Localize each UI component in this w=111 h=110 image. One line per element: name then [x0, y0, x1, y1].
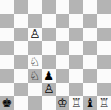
square-d4[interactable] [42, 55, 56, 69]
square-a5[interactable] [0, 41, 14, 55]
square-c8[interactable] [28, 0, 42, 14]
square-d8[interactable] [42, 0, 56, 14]
square-g8[interactable] [83, 0, 97, 14]
square-d2[interactable]: ♙ [42, 83, 56, 97]
square-b6[interactable] [14, 28, 28, 42]
square-b1[interactable] [14, 96, 28, 110]
square-b4[interactable] [14, 55, 28, 69]
piece-white-knight: ♘ [29, 70, 40, 82]
square-e4[interactable] [56, 55, 70, 69]
square-g2[interactable] [83, 83, 97, 97]
square-c1[interactable] [28, 96, 42, 110]
piece-white-knight: ♘ [29, 56, 40, 68]
square-d3[interactable]: ♟ [42, 69, 56, 83]
square-b7[interactable] [14, 14, 28, 28]
chess-board: ♙♘♘♟♙♚♔♖♝♖ [0, 0, 111, 110]
piece-white-rook: ♖ [99, 97, 110, 109]
square-d7[interactable] [42, 14, 56, 28]
square-a1[interactable]: ♚ [0, 96, 14, 110]
square-e2[interactable] [56, 83, 70, 97]
square-f5[interactable] [69, 41, 83, 55]
square-f6[interactable] [69, 28, 83, 42]
square-g6[interactable] [83, 28, 97, 42]
square-e1[interactable]: ♔ [56, 96, 70, 110]
square-f4[interactable] [69, 55, 83, 69]
square-f3[interactable] [69, 69, 83, 83]
square-a2[interactable] [0, 83, 14, 97]
square-f2[interactable] [69, 83, 83, 97]
square-b3[interactable] [14, 69, 28, 83]
square-c7[interactable] [28, 14, 42, 28]
square-a6[interactable] [0, 28, 14, 42]
square-g5[interactable] [83, 41, 97, 55]
square-h6[interactable] [97, 28, 111, 42]
piece-white-rook: ♖ [71, 97, 82, 109]
square-b2[interactable] [14, 83, 28, 97]
square-b5[interactable] [14, 41, 28, 55]
piece-white-pawn: ♙ [43, 83, 54, 95]
square-c4[interactable]: ♘ [28, 55, 42, 69]
square-a7[interactable] [0, 14, 14, 28]
square-h3[interactable] [97, 69, 111, 83]
square-d6[interactable] [42, 28, 56, 42]
square-e6[interactable] [56, 28, 70, 42]
square-d5[interactable] [42, 41, 56, 55]
square-h7[interactable] [97, 14, 111, 28]
square-e8[interactable] [56, 0, 70, 14]
square-g3[interactable] [83, 69, 97, 83]
square-h1[interactable]: ♖ [97, 96, 111, 110]
square-h8[interactable] [97, 0, 111, 14]
square-c2[interactable] [28, 83, 42, 97]
square-f8[interactable] [69, 0, 83, 14]
piece-black-bishop: ♝ [85, 97, 96, 109]
square-a4[interactable] [0, 55, 14, 69]
square-f1[interactable]: ♖ [69, 96, 83, 110]
piece-white-king: ♔ [57, 97, 68, 109]
square-d1[interactable] [42, 96, 56, 110]
square-c6[interactable]: ♙ [28, 28, 42, 42]
square-h5[interactable] [97, 41, 111, 55]
square-b8[interactable] [14, 0, 28, 14]
piece-black-king: ♚ [2, 97, 13, 109]
square-g7[interactable] [83, 14, 97, 28]
square-h2[interactable] [97, 83, 111, 97]
square-c5[interactable] [28, 41, 42, 55]
piece-black-pawn: ♟ [43, 70, 54, 82]
square-h4[interactable] [97, 55, 111, 69]
square-e5[interactable] [56, 41, 70, 55]
square-f7[interactable] [69, 14, 83, 28]
square-g1[interactable]: ♝ [83, 96, 97, 110]
square-a3[interactable] [0, 69, 14, 83]
piece-white-pawn: ♙ [29, 28, 40, 40]
square-a8[interactable] [0, 0, 14, 14]
square-c3[interactable]: ♘ [28, 69, 42, 83]
square-e7[interactable] [56, 14, 70, 28]
square-e3[interactable] [56, 69, 70, 83]
square-g4[interactable] [83, 55, 97, 69]
